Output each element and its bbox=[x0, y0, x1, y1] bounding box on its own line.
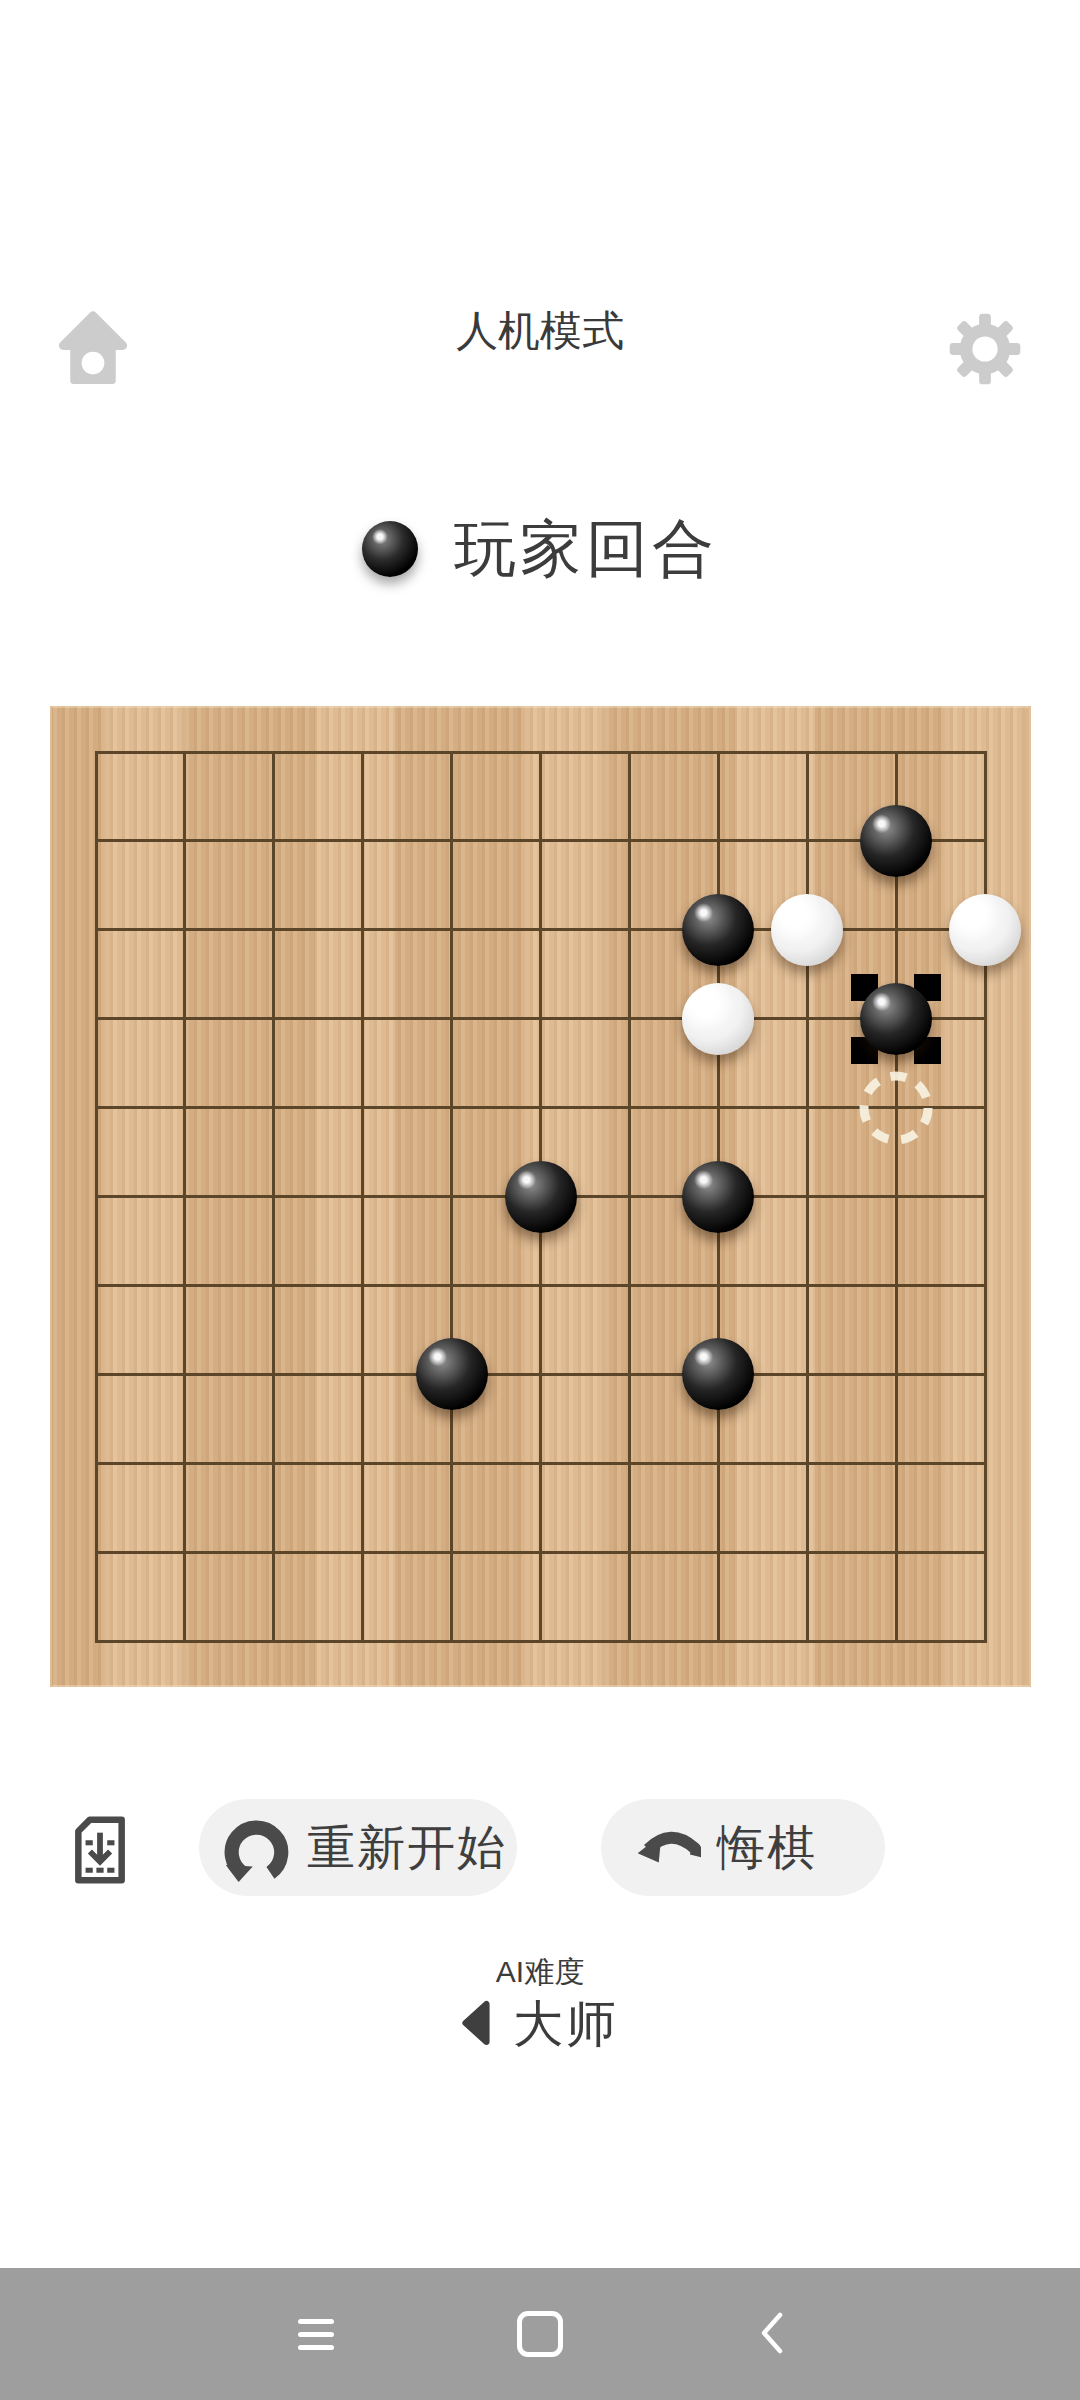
grid-line-vertical bbox=[806, 751, 809, 1643]
nav-menu-button[interactable] bbox=[256, 2268, 376, 2400]
left-triangle-icon bbox=[461, 2000, 491, 2049]
white-stone bbox=[949, 894, 1021, 966]
ai-difficulty-selector: 大师 bbox=[0, 1996, 1080, 2052]
black-stone bbox=[860, 805, 932, 877]
android-navbar bbox=[0, 2268, 1080, 2400]
black-stone bbox=[505, 1161, 577, 1233]
white-stone bbox=[682, 983, 754, 1055]
gear-icon bbox=[948, 376, 1022, 391]
settings-button[interactable] bbox=[948, 310, 1022, 388]
ai-difficulty-value[interactable]: 大师 bbox=[513, 1991, 619, 2058]
grid-line-horizontal bbox=[95, 1373, 987, 1376]
ai-difficulty-label: AI难度 bbox=[0, 1952, 1080, 1993]
page-title: 人机模式 bbox=[0, 303, 1080, 359]
go-board[interactable] bbox=[50, 706, 1031, 1687]
menu-icon bbox=[298, 2319, 334, 2350]
undo-label: 悔棋 bbox=[717, 1816, 817, 1880]
grid-line-vertical bbox=[984, 751, 987, 1643]
grid-line-horizontal bbox=[95, 1284, 987, 1287]
restart-icon bbox=[223, 1814, 291, 1882]
difficulty-prev-button[interactable] bbox=[461, 2000, 491, 2049]
black-stone-icon bbox=[362, 521, 418, 577]
turn-label: 玩家回合 bbox=[454, 507, 718, 591]
turn-indicator: 玩家回合 bbox=[0, 516, 1080, 582]
grid-line-horizontal bbox=[95, 1462, 987, 1465]
undo-button[interactable]: 悔棋 bbox=[601, 1799, 885, 1896]
restart-label: 重新开始 bbox=[307, 1816, 507, 1880]
undo-icon bbox=[635, 1819, 701, 1877]
grid-line-horizontal bbox=[95, 1640, 987, 1643]
black-stone bbox=[682, 894, 754, 966]
grid-line-vertical bbox=[895, 751, 898, 1643]
white-stone bbox=[771, 894, 843, 966]
home-icon bbox=[58, 376, 128, 391]
black-stone bbox=[682, 1161, 754, 1233]
grid-line-vertical bbox=[628, 751, 631, 1643]
black-stone bbox=[860, 983, 932, 1055]
home-square-icon bbox=[517, 2311, 563, 2357]
capture-marker-dashed-circle bbox=[854, 1066, 938, 1150]
save-record-icon bbox=[74, 1872, 126, 1887]
black-stone bbox=[682, 1338, 754, 1410]
nav-home-button[interactable] bbox=[480, 2268, 600, 2400]
nav-back-button[interactable] bbox=[712, 2268, 832, 2400]
restart-button[interactable]: 重新开始 bbox=[199, 1799, 517, 1896]
save-record-button[interactable] bbox=[74, 1816, 126, 1884]
grid-line-horizontal bbox=[95, 1551, 987, 1554]
black-stone bbox=[416, 1338, 488, 1410]
app-screen: { "header": { "title": "人机模式" }, "turn_i… bbox=[0, 0, 1080, 2400]
back-chevron-icon bbox=[759, 2311, 785, 2358]
